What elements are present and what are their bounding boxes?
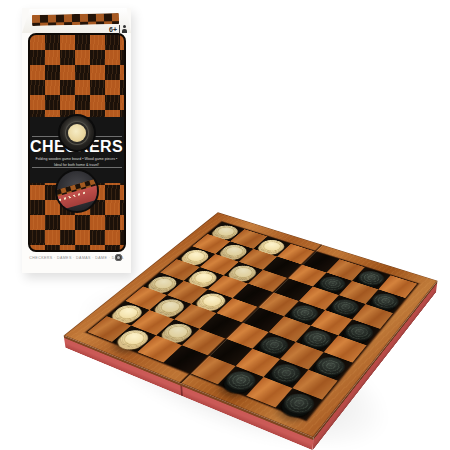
cream-checker-photo [68,124,86,142]
product-photo-scene: 6+ CHECKERS Folding wooden game board • … [0,0,450,450]
age-badge: 6+ [109,25,129,33]
tagline-line1: Folding wooden game board • Wood game pi… [31,157,123,161]
board-square [236,349,280,377]
product-box: 6+ CHECKERS Folding wooden game board • … [22,8,131,273]
piece-photo-cutout [58,114,96,152]
band-rule-bottom [32,167,122,168]
board-square [226,322,269,348]
board-square [264,359,309,388]
age-label: 6+ [109,26,117,33]
board-square [280,342,324,370]
black-checker-piece [267,361,306,386]
box-front-panel: CHECKERS Folding wooden game board • Woo… [22,33,131,273]
board-square [296,326,339,352]
badge-divider [119,25,120,33]
board-square [269,316,311,342]
black-checker-piece [299,327,336,350]
board-square [252,332,295,359]
board-square [131,310,174,335]
cream-checker-piece [159,321,197,344]
box-top-wood-strip [32,13,119,26]
players-icon [122,25,129,33]
box-front-photo: CHECKERS Folding wooden game board • Woo… [28,33,126,252]
case-photo-cutout [55,169,99,213]
fold-hinge-notch [180,386,182,397]
board-square [156,319,199,345]
black-checker-piece [255,334,293,357]
